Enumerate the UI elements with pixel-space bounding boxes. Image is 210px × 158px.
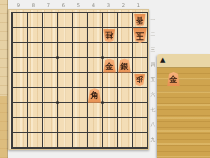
sente-komadai-header: ▲ xyxy=(157,54,210,68)
hoshi-dot xyxy=(101,56,104,59)
hoshi-dot xyxy=(101,101,104,104)
sente-marker-icon: ▲ xyxy=(160,56,165,65)
rank-label: 一 xyxy=(150,14,156,26)
rank-label: 二 xyxy=(150,29,156,41)
file-label: 9 xyxy=(12,1,25,9)
file-label: 7 xyxy=(42,1,55,9)
file-labels: 9 8 7 6 5 4 3 2 1 xyxy=(11,0,146,9)
tsume-widget: 9 8 7 6 5 4 3 2 1 香玉桂金銀歩角 一 二 三 四 五 六 七 … xyxy=(0,0,210,158)
shogi-board[interactable]: 香玉桂金銀歩角 xyxy=(8,9,149,150)
sente-komadai: ▲ 金 xyxy=(157,54,210,158)
rank-label: 九 xyxy=(150,134,156,146)
file-label: 5 xyxy=(72,1,85,9)
rank-label: 四 xyxy=(150,59,156,71)
rank-label: 七 xyxy=(150,104,156,116)
file-label: 4 xyxy=(87,1,100,9)
gote-komadai-wood xyxy=(0,96,7,158)
gote-komadai-partial xyxy=(0,0,8,158)
file-label: 6 xyxy=(57,1,70,9)
rank-labels: 一 二 三 四 五 六 七 八 九 xyxy=(149,12,157,147)
sente-komadai-body[interactable]: 金 xyxy=(157,68,210,158)
rank-label: 三 xyxy=(150,44,156,56)
hoshi-dot xyxy=(56,56,59,59)
rank-label: 八 xyxy=(150,119,156,131)
piece-sente-金[interactable]: 金 xyxy=(167,72,180,86)
file-label: 3 xyxy=(102,1,115,9)
board-grid[interactable] xyxy=(11,12,148,149)
file-label: 8 xyxy=(27,1,40,9)
rank-label: 六 xyxy=(150,89,156,101)
rank-label: 五 xyxy=(150,74,156,86)
hoshi-dot xyxy=(56,101,59,104)
file-label: 2 xyxy=(117,1,130,9)
file-label: 1 xyxy=(132,1,145,9)
